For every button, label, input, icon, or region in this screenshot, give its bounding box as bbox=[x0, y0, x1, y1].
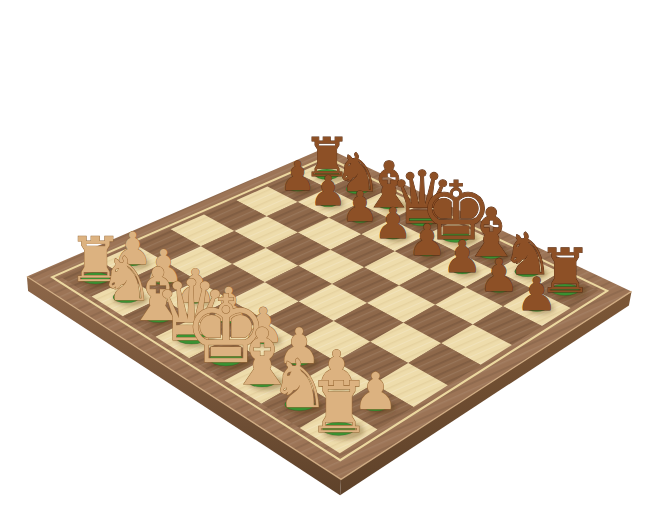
chess-board-photo: ♜♞♟♝♟♛♟♚♟♝♟♞♟♟♜♟♟♜♟♟♞♟♝♟♛♟♚♟♝♟♞♜ bbox=[0, 0, 650, 520]
black-pawn-glyph: ♟ bbox=[516, 268, 557, 321]
white-rook[interactable]: ♜ bbox=[307, 366, 370, 449]
black-pawn-glyph: ♟ bbox=[443, 231, 482, 282]
black-pawn-glyph: ♟ bbox=[408, 215, 447, 265]
black-pawn[interactable]: ♟ bbox=[443, 231, 482, 282]
black-pawn-glyph: ♟ bbox=[479, 249, 519, 302]
black-pawn[interactable]: ♟ bbox=[408, 215, 447, 265]
black-pawn[interactable]: ♟ bbox=[374, 199, 412, 248]
black-pawn-glyph: ♟ bbox=[374, 199, 412, 248]
black-pawn[interactable]: ♟ bbox=[479, 249, 519, 302]
black-pawn[interactable]: ♟ bbox=[516, 268, 557, 321]
photo-canvas: ♜♞♟♝♟♛♟♚♟♝♟♞♟♟♜♟♟♜♟♟♞♟♝♟♛♟♚♟♝♟♞♜ bbox=[0, 0, 650, 520]
white-rook-glyph: ♜ bbox=[307, 366, 370, 449]
